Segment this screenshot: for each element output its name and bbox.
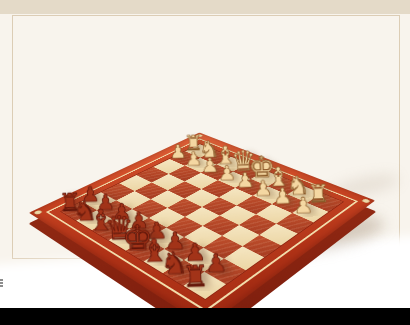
corner-inlay-dot <box>196 134 204 137</box>
board-squares-grid: ♜♞♝♛♚♝♞♜♟♟♟♟♟♟♟♟♟♟♟♟♟♟♟♟♜♞♝♛♚♝♞♜ <box>60 144 344 300</box>
corner-inlay-dot <box>361 198 371 203</box>
corner-inlay-dot <box>33 210 43 215</box>
chess-board: ♜♞♝♛♚♝♞♜♟♟♟♟♟♟♟♟♟♟♟♟♟♟♟♟♜♞♝♛♚♝♞♜ <box>29 132 375 325</box>
maple-inlay-line: ♜♞♝♛♚♝♞♜♟♟♟♟♟♟♟♟♟♟♟♟♟♟♟♟♜♞♝♛♚♝♞♜ <box>46 138 358 311</box>
chess-piece-red-rook: ♜ <box>57 191 83 216</box>
board-wooden-frame: ♜♞♝♛♚♝♞♜♟♟♟♟♟♟♟♟♟♟♟♟♟♟♟♟♜♞♝♛♚♝♞♜ <box>29 132 375 325</box>
page-header-strip <box>0 0 410 14</box>
chess-set-photo: ♜♞♝♛♚♝♞♜♟♟♟♟♟♟♟♟♟♟♟♟♟♟♟♟♜♞♝♛♚♝♞♜ <box>0 0 410 325</box>
product-photo-page: ♜♞♝♛♚♝♞♜♟♟♟♟♟♟♟♟♟♟♟♟♟♟♟♟♜♞♝♛♚♝♞♜ <box>0 0 410 325</box>
clipped-text-fragment <box>0 279 3 289</box>
chess-piece-cream-rook: ♜ <box>306 182 332 207</box>
chess-piece-red-pawn: ♟ <box>78 184 103 206</box>
square-f3 <box>184 226 222 248</box>
page-footer-strip <box>0 308 410 325</box>
square-h2: ♟ <box>204 259 245 284</box>
